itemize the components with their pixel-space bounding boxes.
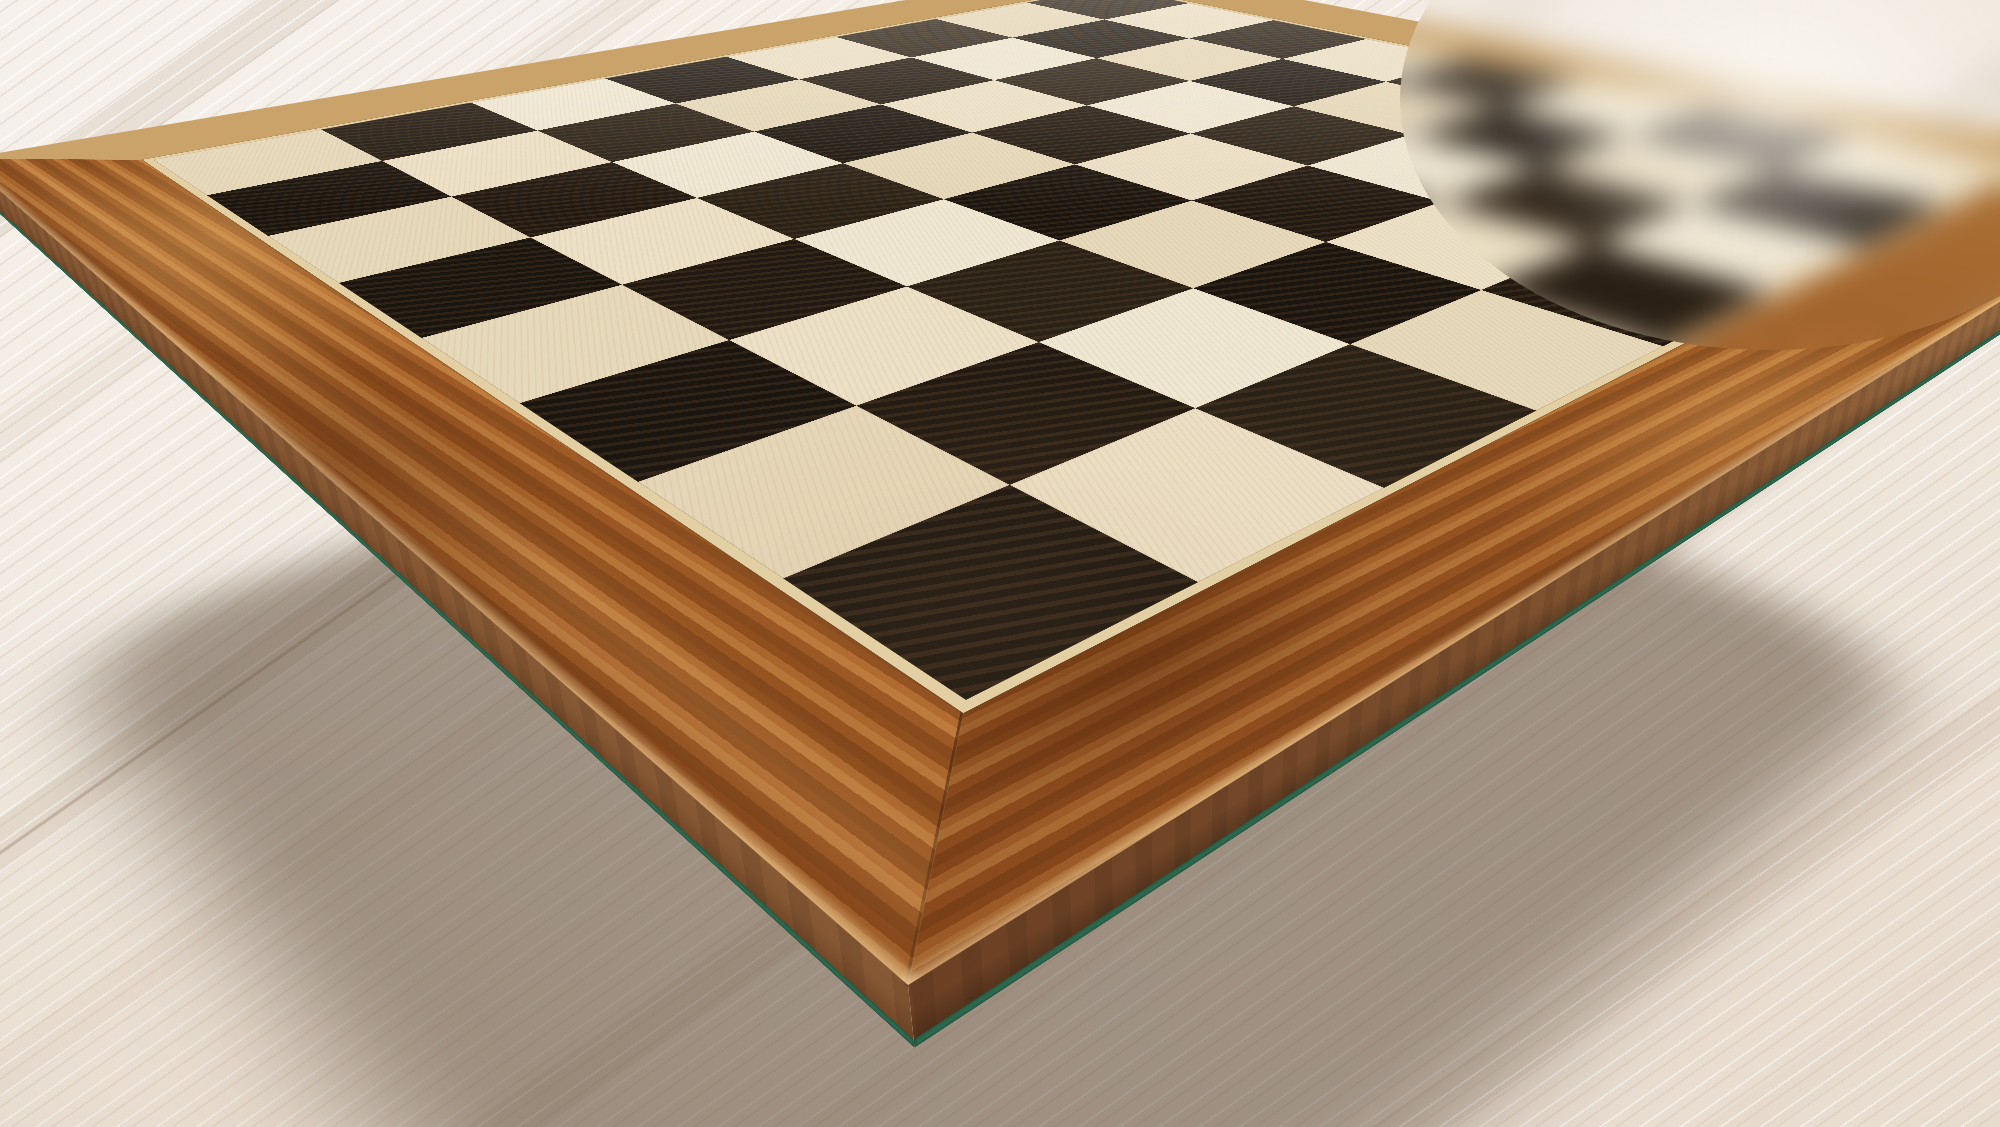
photo-scene	[0, 0, 2000, 1127]
